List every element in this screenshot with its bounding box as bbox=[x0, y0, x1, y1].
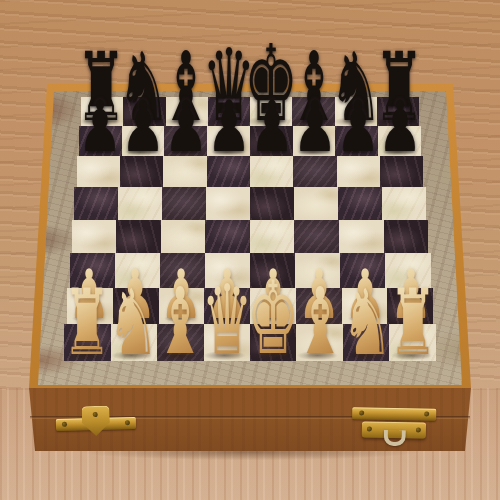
square-d3 bbox=[205, 253, 250, 288]
square-c4 bbox=[161, 220, 206, 254]
square-a5 bbox=[74, 187, 118, 219]
right-latch bbox=[352, 401, 437, 448]
square-c2 bbox=[159, 288, 205, 324]
board-rank-2 bbox=[67, 288, 433, 324]
square-e1 bbox=[250, 324, 296, 361]
square-h8 bbox=[377, 97, 419, 126]
square-c3 bbox=[160, 253, 205, 288]
photo-scene: ♜♞♝♛♚♝♞♜♟♟♟♟♟♟♟♟♟♟♟♟♟♟♟♟♜♞♝♛♚♝♞♜ bbox=[0, 0, 500, 500]
square-c7 bbox=[164, 126, 207, 156]
square-b3 bbox=[115, 253, 160, 288]
square-c1 bbox=[157, 324, 203, 361]
square-f5 bbox=[294, 187, 338, 219]
square-d8 bbox=[208, 97, 250, 126]
square-h3 bbox=[385, 253, 430, 288]
square-c5 bbox=[162, 187, 206, 219]
latch-screw bbox=[424, 412, 429, 417]
right-latch-hook bbox=[384, 430, 406, 446]
square-h2 bbox=[387, 288, 433, 324]
square-e4 bbox=[250, 220, 295, 254]
square-h1 bbox=[389, 324, 435, 361]
latch-screw bbox=[367, 427, 372, 432]
square-c6 bbox=[163, 156, 206, 187]
board-rank-7 bbox=[79, 126, 421, 156]
square-d7 bbox=[207, 126, 250, 156]
board-rank-4 bbox=[72, 220, 428, 254]
board-rank-6 bbox=[77, 156, 424, 187]
latch-screw bbox=[416, 427, 421, 432]
square-e8 bbox=[250, 97, 292, 126]
square-d5 bbox=[206, 187, 250, 219]
square-g8 bbox=[335, 97, 377, 126]
left-latch bbox=[55, 403, 136, 449]
square-g3 bbox=[340, 253, 385, 288]
square-e3 bbox=[250, 253, 295, 288]
square-g6 bbox=[337, 156, 380, 187]
latch-screw bbox=[93, 412, 98, 417]
square-a4 bbox=[72, 220, 117, 254]
square-d1 bbox=[204, 324, 250, 361]
square-b6 bbox=[120, 156, 163, 187]
square-f4 bbox=[294, 220, 339, 254]
square-d6 bbox=[207, 156, 250, 187]
square-h6 bbox=[380, 156, 423, 187]
board-rank-3 bbox=[70, 253, 431, 288]
square-e5 bbox=[250, 187, 294, 219]
square-b7 bbox=[122, 126, 165, 156]
square-f6 bbox=[293, 156, 336, 187]
square-a6 bbox=[77, 156, 120, 187]
square-g1 bbox=[343, 324, 389, 361]
square-a1 bbox=[64, 324, 110, 361]
square-g5 bbox=[338, 187, 382, 219]
square-g4 bbox=[339, 220, 384, 254]
square-a8 bbox=[81, 97, 123, 126]
square-d4 bbox=[205, 220, 250, 254]
square-h4 bbox=[384, 220, 429, 254]
square-e6 bbox=[250, 156, 293, 187]
square-e2 bbox=[250, 288, 296, 324]
latch-screw bbox=[62, 422, 67, 427]
square-f1 bbox=[296, 324, 342, 361]
square-f7 bbox=[293, 126, 336, 156]
square-b2 bbox=[113, 288, 159, 324]
square-b8 bbox=[123, 97, 165, 126]
square-b4 bbox=[116, 220, 161, 254]
latch-screw bbox=[359, 410, 364, 415]
square-g7 bbox=[335, 126, 378, 156]
square-a7 bbox=[79, 126, 122, 156]
square-c8 bbox=[166, 97, 208, 126]
square-a2 bbox=[67, 288, 113, 324]
square-a3 bbox=[70, 253, 115, 288]
board-rank-5 bbox=[74, 187, 425, 219]
square-g2 bbox=[342, 288, 388, 324]
square-b5 bbox=[118, 187, 162, 219]
square-h5 bbox=[382, 187, 426, 219]
square-d2 bbox=[204, 288, 250, 324]
square-f2 bbox=[296, 288, 342, 324]
square-h7 bbox=[378, 126, 421, 156]
left-latch-clasp bbox=[81, 406, 110, 437]
square-b1 bbox=[111, 324, 157, 361]
square-f8 bbox=[292, 97, 334, 126]
board-rank-8 bbox=[81, 97, 419, 126]
square-e7 bbox=[250, 126, 293, 156]
board-rank-1 bbox=[64, 324, 435, 361]
square-f3 bbox=[295, 253, 340, 288]
